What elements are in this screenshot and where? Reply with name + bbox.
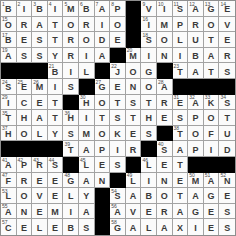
cell-r10c15[interactable]: D <box>219 141 235 157</box>
cell-letter: P <box>21 161 27 170</box>
cell-r15c13[interactable]: I <box>188 219 204 235</box>
cell-r11c12[interactable]: T <box>173 157 189 173</box>
cell-letter: Y <box>52 52 58 61</box>
cell-r2c11[interactable]: M <box>157 17 173 33</box>
cell-r12c6[interactable]: A <box>79 173 95 189</box>
cell-r6c1[interactable]: 24S <box>1 79 17 95</box>
cell-r13c8[interactable]: 54S <box>110 188 126 204</box>
cell-letter: Y <box>52 130 58 139</box>
cell-r10c5[interactable]: 39T <box>63 141 79 157</box>
cell-r14c10[interactable]: E <box>141 204 157 220</box>
cell-r1c2[interactable]: 2I <box>17 1 33 17</box>
cell-r13c14[interactable]: G <box>204 188 220 204</box>
cell-r11c4[interactable]: 44S <box>48 157 64 173</box>
cell-letter: P <box>192 146 198 155</box>
cell-r15c11[interactable]: A <box>157 219 173 235</box>
cell-letter: R <box>21 177 28 186</box>
cell-r7c1[interactable]: 29I <box>1 95 17 111</box>
cell-r2c5[interactable]: O <box>63 17 79 33</box>
cell-r9c2[interactable]: O <box>17 126 33 142</box>
cell-r1c1[interactable]: 1B <box>1 1 17 17</box>
cell-r2c10[interactable]: 16I <box>141 17 157 33</box>
cell-r14c13[interactable]: G <box>188 204 204 220</box>
clue-number: 12 <box>189 2 195 7</box>
cell-r15c6[interactable]: S <box>79 219 95 235</box>
cell-r11c6[interactable]: 45L <box>79 157 95 173</box>
cell-r1c4[interactable]: 4I <box>48 1 64 17</box>
cell-r14c6[interactable]: A <box>79 204 95 220</box>
cell-letter: O <box>98 130 105 139</box>
cell-r7c12[interactable]: 31E <box>173 95 189 111</box>
cell-r2c4[interactable]: T <box>48 17 64 33</box>
cell-letter: B <box>145 192 152 201</box>
cell-letter: T <box>146 99 152 108</box>
cell-r4c5[interactable]: R <box>63 48 79 64</box>
cell-r12c1[interactable]: 47F <box>1 173 17 189</box>
clue-number: 19 <box>2 48 8 53</box>
cell-r6c9[interactable]: N <box>126 79 142 95</box>
cell-r15c15[interactable]: S <box>219 219 235 235</box>
cell-r9c9[interactable]: E <box>126 126 142 142</box>
cell-r10c12[interactable]: A <box>173 141 189 157</box>
cell-r13c1[interactable]: 53L <box>1 188 17 204</box>
cell-r8c10[interactable]: H <box>141 110 157 126</box>
cell-r9c13[interactable]: O <box>188 126 204 142</box>
black-cell-r3c9 <box>126 32 142 48</box>
cell-r15c14[interactable]: E <box>204 219 220 235</box>
cell-r12c15[interactable]: 52N <box>219 173 235 189</box>
cell-r10c13[interactable]: P <box>188 141 204 157</box>
cell-r6c10[interactable]: O <box>141 79 157 95</box>
cell-letter: T <box>115 99 121 108</box>
clue-number: 28 <box>158 80 164 85</box>
cell-r8c14[interactable]: O <box>204 110 220 126</box>
cell-r3c14[interactable]: T <box>204 32 220 48</box>
cell-r11c8[interactable]: S <box>110 157 126 173</box>
cell-r14c11[interactable]: R <box>157 204 173 220</box>
clue-number: 37 <box>2 126 8 131</box>
cell-r11c2[interactable]: 42P <box>17 157 33 173</box>
cell-r9c7[interactable]: O <box>95 126 111 142</box>
cell-letter: I <box>194 224 197 233</box>
cell-letter: S <box>146 36 152 45</box>
cell-r3c5[interactable]: R <box>63 32 79 48</box>
cell-r11c3[interactable]: 43R <box>32 157 48 173</box>
cell-letter: T <box>68 146 74 155</box>
cell-r6c3[interactable]: 26M <box>32 79 48 95</box>
cell-letter: D <box>224 146 231 155</box>
cell-letter: I <box>7 99 10 108</box>
cell-r3c2[interactable]: E <box>17 32 33 48</box>
cell-r6c2[interactable]: 25E <box>17 79 33 95</box>
cell-letter: E <box>130 130 136 139</box>
cell-letter: S <box>177 5 183 14</box>
cell-r1c6[interactable]: 6B <box>79 1 95 17</box>
cell-r13c3[interactable]: V <box>32 188 48 204</box>
cell-r1c3[interactable]: 3B <box>32 1 48 17</box>
black-cell-r6c12 <box>173 79 189 95</box>
cell-letter: A <box>83 177 90 186</box>
cell-r7c6[interactable]: 30H <box>79 95 95 111</box>
clue-number: 7 <box>96 2 99 7</box>
cell-letter: X <box>177 224 183 233</box>
cell-r12c14[interactable]: 51A <box>204 173 220 189</box>
cell-letter: B <box>36 5 43 14</box>
cell-r5c10[interactable]: G <box>141 63 157 79</box>
cell-letter: P <box>192 114 198 123</box>
cell-r8c2[interactable]: H <box>17 110 33 126</box>
cell-letter: G <box>192 208 199 217</box>
cell-r13c2[interactable]: O <box>17 188 33 204</box>
cell-r9c8[interactable]: K <box>110 126 126 142</box>
cell-letter: O <box>161 36 168 45</box>
cell-letter: F <box>6 177 12 186</box>
clue-number: 44 <box>49 158 55 163</box>
cell-letter: I <box>85 114 88 123</box>
cell-r4c4[interactable]: Y <box>48 48 64 64</box>
cell-r12c13[interactable]: 50M <box>188 173 204 189</box>
cell-letter: V <box>130 208 136 217</box>
cell-r1c7[interactable]: 7A <box>95 1 111 17</box>
cell-letter: P <box>114 5 120 14</box>
cell-r2c15[interactable]: V <box>219 17 235 33</box>
black-cell-r11c14 <box>204 157 220 173</box>
cell-r2c1[interactable]: 15O <box>1 17 17 33</box>
cell-r3c3[interactable]: S <box>32 32 48 48</box>
cell-letter: S <box>224 224 230 233</box>
cell-r7c9[interactable]: S <box>126 95 142 111</box>
cell-r9c12[interactable]: 38T <box>173 126 189 142</box>
cell-letter: F <box>208 130 214 139</box>
cell-r12c2[interactable]: R <box>17 173 33 189</box>
cell-r8c13[interactable]: P <box>188 110 204 126</box>
crossword-grid: 1B2I3B4I5M6B7A8P9V10I11S12A13G14E15ORATO… <box>0 0 236 236</box>
cell-letter: T <box>52 36 58 45</box>
cell-r4c6[interactable]: I <box>79 48 95 64</box>
cell-r7c10[interactable]: T <box>141 95 157 111</box>
cell-r3c13[interactable]: U <box>188 32 204 48</box>
cell-letter: L <box>37 130 43 139</box>
black-cell-r12c8 <box>110 173 126 189</box>
black-cell-r11c5 <box>63 157 79 173</box>
cell-r5c14[interactable]: T <box>204 63 220 79</box>
cell-r14c15[interactable]: S <box>219 204 235 220</box>
clue-number: 32 <box>189 95 195 100</box>
cell-r3c8[interactable]: E <box>110 32 126 48</box>
cell-r3c10[interactable]: 18S <box>141 32 157 48</box>
cell-r3c1[interactable]: 17B <box>1 32 17 48</box>
cell-letter: A <box>208 177 215 186</box>
cell-r13c11[interactable]: O <box>157 188 173 204</box>
cell-r4c15[interactable]: R <box>219 48 235 64</box>
clue-number: 13 <box>205 2 211 7</box>
cell-r5c5[interactable]: I <box>63 63 79 79</box>
cell-letter: G <box>208 192 215 201</box>
cell-r8c8[interactable]: S <box>110 110 126 126</box>
cell-r12c7[interactable]: N <box>95 173 111 189</box>
cell-r5c15[interactable]: S <box>219 63 235 79</box>
clue-number: 27 <box>96 80 102 85</box>
cell-letter: A <box>192 68 199 77</box>
cell-letter: E <box>224 5 230 14</box>
cell-r12c11[interactable]: N <box>157 173 173 189</box>
cell-r2c6[interactable]: R <box>79 17 95 33</box>
cell-letter: V <box>146 5 152 14</box>
cell-r4c14[interactable]: A <box>204 48 220 64</box>
cell-r1c11[interactable]: 10I <box>157 1 173 17</box>
cell-r3c7[interactable]: D <box>95 32 111 48</box>
cell-letter: I <box>23 5 26 14</box>
clue-number: 9 <box>142 2 145 7</box>
cell-r2c7[interactable]: I <box>95 17 111 33</box>
cell-r8c6[interactable]: I <box>79 110 95 126</box>
cell-letter: I <box>147 21 150 30</box>
cell-r13c13[interactable]: A <box>188 188 204 204</box>
cell-r15c4[interactable]: E <box>48 219 64 235</box>
cell-r12c3[interactable]: E <box>32 173 48 189</box>
cell-r5c9[interactable]: O <box>126 63 142 79</box>
cell-r14c12[interactable]: A <box>173 204 189 220</box>
cell-r4c3[interactable]: S <box>32 48 48 64</box>
cell-r14c3[interactable]: E <box>32 204 48 220</box>
cell-r6c4[interactable]: I <box>48 79 64 95</box>
cell-letter: I <box>85 52 88 61</box>
cell-r14c9[interactable]: V <box>126 204 142 220</box>
clue-number: 46 <box>142 158 148 163</box>
cell-letter: B <box>192 52 199 61</box>
cell-r2c12[interactable]: P <box>173 17 189 33</box>
cell-r9c10[interactable]: S <box>141 126 157 142</box>
cell-letter: E <box>36 208 42 217</box>
cell-r6c7[interactable]: 27G <box>95 79 111 95</box>
cell-letter: R <box>130 146 137 155</box>
cell-r12c12[interactable]: E <box>173 173 189 189</box>
cell-r4c10[interactable]: I <box>141 48 157 64</box>
black-cell-r10c4 <box>48 141 64 157</box>
cell-r2c13[interactable]: R <box>188 17 204 33</box>
cell-letter: S <box>224 68 230 77</box>
cell-r8c1[interactable]: 35T <box>1 110 17 126</box>
cell-letter: R <box>161 208 168 217</box>
cell-r6c5[interactable]: S <box>63 79 79 95</box>
cell-r9c6[interactable]: M <box>79 126 95 142</box>
cell-r8c15[interactable]: T <box>219 110 235 126</box>
cell-r1c8[interactable]: 8P <box>110 1 126 17</box>
clue-number: 39 <box>64 142 70 147</box>
cell-letter: M <box>129 52 137 61</box>
cell-letter: I <box>163 5 166 14</box>
cell-r11c1[interactable]: 41A <box>1 157 17 173</box>
cell-letter: B <box>52 68 59 77</box>
cell-r2c2[interactable]: R <box>17 17 33 33</box>
cell-r4c12[interactable]: I <box>173 48 189 64</box>
cell-r15c10[interactable]: L <box>141 219 157 235</box>
cell-letter: S <box>83 224 89 233</box>
cell-r12c5[interactable]: 48G <box>63 173 79 189</box>
cell-r1c13[interactable]: 12A <box>188 1 204 17</box>
cell-letter: E <box>21 224 27 233</box>
cell-r12c4[interactable]: E <box>48 173 64 189</box>
cell-r5c13[interactable]: A <box>188 63 204 79</box>
cell-r15c3[interactable]: L <box>32 219 48 235</box>
cell-r15c9[interactable]: A <box>126 219 142 235</box>
cell-r5c8[interactable]: 22J <box>110 63 126 79</box>
cell-letter: O <box>20 192 27 201</box>
cell-r8c11[interactable]: E <box>157 110 173 126</box>
cell-r2c8[interactable]: O <box>110 17 126 33</box>
cell-r5c4[interactable]: 21B <box>48 63 64 79</box>
cell-r10c8[interactable]: I <box>110 141 126 157</box>
cell-r1c12[interactable]: 11S <box>173 1 189 17</box>
cell-r3c4[interactable]: T <box>48 32 64 48</box>
cell-letter: O <box>208 114 215 123</box>
cell-r4c9[interactable]: 20M <box>126 48 142 64</box>
cell-r10c6[interactable]: A <box>79 141 95 157</box>
cell-r13c12[interactable]: T <box>173 188 189 204</box>
cell-r1c5[interactable]: 5M <box>63 1 79 17</box>
cell-r13c9[interactable]: A <box>126 188 142 204</box>
cell-r14c1[interactable]: 55A <box>1 204 17 220</box>
cell-r14c14[interactable]: E <box>204 204 220 220</box>
cell-r14c2[interactable]: N <box>17 204 33 220</box>
cell-r14c5[interactable]: I <box>63 204 79 220</box>
cell-r15c8[interactable]: 58G <box>110 219 126 235</box>
cell-letter: E <box>177 177 183 186</box>
cell-r1c10[interactable]: 9V <box>141 1 157 17</box>
cell-r4c2[interactable]: S <box>17 48 33 64</box>
cell-r10c7[interactable]: P <box>95 141 111 157</box>
cell-r7c4[interactable]: T <box>48 95 64 111</box>
clue-number: 42 <box>18 158 24 163</box>
cell-letter: E <box>161 161 167 170</box>
cell-r11c7[interactable]: E <box>95 157 111 173</box>
cell-r8c7[interactable]: T <box>95 110 111 126</box>
cell-r4c11[interactable]: N <box>157 48 173 64</box>
cell-r4c1[interactable]: 19A <box>1 48 17 64</box>
cell-r8c5[interactable]: 36H <box>63 110 79 126</box>
cell-r9c1[interactable]: 37H <box>1 126 17 142</box>
clue-number: 8 <box>111 2 114 7</box>
cell-letter: A <box>5 208 12 217</box>
black-cell-r6c15 <box>219 79 235 95</box>
clue-number: 17 <box>2 33 8 38</box>
cell-r15c1[interactable]: 57C <box>1 219 17 235</box>
cell-r7c7[interactable]: O <box>95 95 111 111</box>
cell-r3c15[interactable]: E <box>219 32 235 48</box>
cell-letter: I <box>179 52 182 61</box>
cell-r9c15[interactable]: U <box>219 126 235 142</box>
cell-letter: U <box>224 130 231 139</box>
cell-r9c3[interactable]: L <box>32 126 48 142</box>
cell-r4c7[interactable]: A <box>95 48 111 64</box>
clue-number: 11 <box>174 2 179 7</box>
cell-r7c15[interactable]: 34S <box>219 95 235 111</box>
cell-letter: I <box>69 208 72 217</box>
cell-r11c10[interactable]: 46L <box>141 157 157 173</box>
cell-r10c9[interactable]: R <box>126 141 142 157</box>
cell-r13c6[interactable]: Y <box>79 188 95 204</box>
cell-letter: O <box>98 99 105 108</box>
cell-r8c4[interactable]: T <box>48 110 64 126</box>
clue-number: 2 <box>18 2 21 7</box>
cell-letter: L <box>146 161 152 170</box>
cell-r5c12[interactable]: 23T <box>173 63 189 79</box>
cell-letter: E <box>21 83 27 92</box>
cell-r7c3[interactable]: E <box>32 95 48 111</box>
cell-r8c12[interactable]: S <box>173 110 189 126</box>
cell-letter: L <box>84 68 90 77</box>
cell-r3c6[interactable]: O <box>79 32 95 48</box>
cell-letter: P <box>177 21 183 30</box>
cell-r13c10[interactable]: B <box>141 188 157 204</box>
cell-r13c5[interactable]: L <box>63 188 79 204</box>
cell-letter: E <box>52 224 58 233</box>
cell-r10c14[interactable]: I <box>204 141 220 157</box>
clue-number: 47 <box>2 173 8 178</box>
cell-r7c11[interactable]: R <box>157 95 173 111</box>
clue-number: 35 <box>2 111 8 116</box>
cell-r14c8[interactable]: 56A <box>110 204 126 220</box>
cell-r3c11[interactable]: O <box>157 32 173 48</box>
cell-r7c2[interactable]: C <box>17 95 33 111</box>
clue-number: 49 <box>127 173 133 178</box>
cell-letter: E <box>36 99 42 108</box>
black-cell-r14c7 <box>95 204 111 220</box>
cell-r11c11[interactable]: E <box>157 157 173 173</box>
cell-letter: S <box>68 83 74 92</box>
cell-r5c6[interactable]: L <box>79 63 95 79</box>
clue-number: 24 <box>2 80 8 85</box>
cell-letter: E <box>114 36 120 45</box>
cell-r8c9[interactable]: T <box>126 110 142 126</box>
cell-r1c14[interactable]: 13G <box>204 1 220 17</box>
cell-letter: O <box>192 130 199 139</box>
cell-r2c14[interactable]: O <box>204 17 220 33</box>
clue-number: 33 <box>205 95 211 100</box>
cell-r9c5[interactable]: S <box>63 126 79 142</box>
cell-letter: E <box>224 36 230 45</box>
cell-r12c10[interactable]: I <box>141 173 157 189</box>
cell-r13c4[interactable]: E <box>48 188 64 204</box>
cell-letter: A <box>208 52 215 61</box>
cell-r1c15[interactable]: 14E <box>219 1 235 17</box>
cell-r15c5[interactable]: B <box>63 219 79 235</box>
cell-r15c2[interactable]: E <box>17 219 33 235</box>
cell-letter: S <box>146 130 152 139</box>
cell-r12c9[interactable]: 49L <box>126 173 142 189</box>
cell-r6c11[interactable]: 28A <box>157 79 173 95</box>
cell-r15c12[interactable]: X <box>173 219 189 235</box>
cell-letter: R <box>224 52 231 61</box>
cell-r9c4[interactable]: Y <box>48 126 64 142</box>
cell-letter: R <box>83 21 90 30</box>
cell-r7c14[interactable]: 33K <box>204 95 220 111</box>
cell-r10c11[interactable]: 40S <box>157 141 173 157</box>
cell-r13c15[interactable]: E <box>219 188 235 204</box>
cell-letter: H <box>67 114 74 123</box>
cell-r14c4[interactable]: M <box>48 204 64 220</box>
cell-r3c12[interactable]: L <box>173 32 189 48</box>
cell-r4c13[interactable]: B <box>188 48 204 64</box>
cell-r8c3[interactable]: A <box>32 110 48 126</box>
cell-r7c8[interactable]: T <box>110 95 126 111</box>
cell-letter: R <box>36 161 43 170</box>
cell-r7c13[interactable]: 32A <box>188 95 204 111</box>
cell-r6c8[interactable]: E <box>110 79 126 95</box>
black-cell-r5c2 <box>17 63 33 79</box>
cell-r9c14[interactable]: F <box>204 126 220 142</box>
cell-r2c3[interactable]: A <box>32 17 48 33</box>
